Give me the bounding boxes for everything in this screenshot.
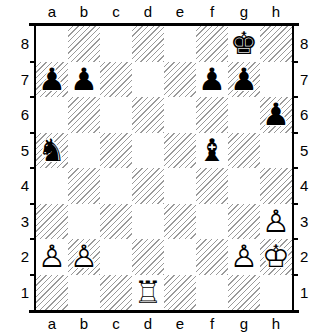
file-label-top-f: f: [196, 4, 228, 19]
square-h2[interactable]: ♚♔: [260, 239, 292, 275]
square-d7[interactable]: [132, 62, 164, 98]
rank-label-left-7: 7: [0, 62, 34, 98]
square-d6[interactable]: [132, 97, 164, 133]
square-h6[interactable]: ♟: [260, 97, 292, 133]
piece-white-outline: ♙: [230, 239, 258, 274]
piece-black-knight[interactable]: ♞: [38, 135, 66, 166]
square-e8[interactable]: [164, 26, 196, 62]
rank-tick: [294, 203, 298, 205]
square-c1[interactable]: [100, 275, 132, 311]
square-h5[interactable]: [260, 133, 292, 169]
rank-label-right-4: 4: [294, 168, 328, 204]
rank-label-right-3: 3: [294, 204, 328, 240]
rank-tick: [30, 167, 34, 169]
square-g6[interactable]: [228, 97, 260, 133]
chess-board: ♚♟♟♟♟♟♞♝♟♙♟♙♟♙♟♙♚♔♜♖: [34, 26, 294, 310]
square-g2[interactable]: ♟♙: [228, 239, 260, 275]
square-g1[interactable]: [228, 275, 260, 311]
piece-white-outline: ♙: [70, 239, 98, 274]
chess-diagram: abcdefgh 87654321 ♚♟♟♟♟♟♞♝♟♙♟♙♟♙♟♙♚♔♜♖ 8…: [0, 0, 328, 334]
piece-white-pawn[interactable]: ♟♙: [230, 241, 258, 272]
square-e5[interactable]: [164, 133, 196, 169]
square-g3[interactable]: [228, 204, 260, 240]
board-border-bottom: [29, 310, 299, 313]
square-a6[interactable]: [36, 97, 68, 133]
file-labels-top: abcdefgh: [36, 0, 328, 23]
piece-white-outline: ♙: [38, 239, 66, 274]
square-b5[interactable]: [68, 133, 100, 169]
rank-tick: [294, 274, 298, 276]
rank-label-left-2: 2: [0, 239, 34, 275]
file-label-top-h: h: [260, 4, 292, 19]
piece-black-king[interactable]: ♚: [230, 28, 258, 59]
square-a5[interactable]: ♞: [36, 133, 68, 169]
rank-tick: [30, 61, 34, 63]
file-label-bottom-b: b: [68, 316, 100, 331]
rank-label-left-4: 4: [0, 168, 34, 204]
piece-black-pawn[interactable]: ♟: [262, 99, 290, 130]
rank-labels-right: 87654321: [294, 23, 328, 313]
square-b1[interactable]: [68, 275, 100, 311]
piece-black-pawn[interactable]: ♟: [38, 64, 66, 95]
board-middle-row: 87654321 ♚♟♟♟♟♟♞♝♟♙♟♙♟♙♟♙♚♔♜♖ 87654321: [0, 23, 328, 313]
piece-white-pawn[interactable]: ♟♙: [38, 241, 66, 272]
square-h4[interactable]: [260, 168, 292, 204]
rank-tick: [294, 238, 298, 240]
rank-label-left-1: 1: [0, 275, 34, 311]
square-c5[interactable]: [100, 133, 132, 169]
file-label-top-e: e: [164, 4, 196, 19]
rank-label-left-8: 8: [0, 26, 34, 62]
file-label-bottom-h: h: [260, 316, 292, 331]
piece-white-outline: ♖: [134, 275, 162, 310]
rank-labels-left: 87654321: [0, 23, 34, 313]
piece-white-king[interactable]: ♚♔: [262, 241, 290, 272]
rank-tick: [294, 96, 298, 98]
square-h3[interactable]: ♟♙: [260, 204, 292, 240]
square-h7[interactable]: [260, 62, 292, 98]
rank-tick: [30, 203, 34, 205]
file-label-bottom-c: c: [100, 316, 132, 331]
square-g5[interactable]: [228, 133, 260, 169]
file-label-bottom-g: g: [228, 316, 260, 331]
square-h8[interactable]: [260, 26, 292, 62]
rank-label-right-8: 8: [294, 26, 328, 62]
rank-label-right-7: 7: [294, 62, 328, 98]
square-f2[interactable]: [196, 239, 228, 275]
piece-white-outline: ♔: [262, 239, 290, 274]
square-d3[interactable]: [132, 204, 164, 240]
rank-tick: [294, 132, 298, 134]
rank-label-left-6: 6: [0, 97, 34, 133]
rank-label-right-6: 6: [294, 97, 328, 133]
file-label-bottom-d: d: [132, 316, 164, 331]
square-b7[interactable]: ♟: [68, 62, 100, 98]
file-label-bottom-f: f: [196, 316, 228, 331]
piece-white-outline: ♙: [262, 204, 290, 239]
square-f4[interactable]: [196, 168, 228, 204]
square-e2[interactable]: [164, 239, 196, 275]
board-frame: ♚♟♟♟♟♟♞♝♟♙♟♙♟♙♟♙♚♔♜♖: [34, 23, 294, 313]
piece-white-pawn[interactable]: ♟♙: [262, 206, 290, 237]
piece-black-bishop[interactable]: ♝: [198, 135, 226, 166]
rank-label-left-5: 5: [0, 133, 34, 169]
square-f8[interactable]: [196, 26, 228, 62]
file-label-top-a: a: [36, 4, 68, 19]
square-e6[interactable]: [164, 97, 196, 133]
square-c4[interactable]: [100, 168, 132, 204]
piece-white-rook[interactable]: ♜♖: [134, 277, 162, 308]
file-label-bottom-e: e: [164, 316, 196, 331]
square-b8[interactable]: [68, 26, 100, 62]
piece-black-pawn[interactable]: ♟: [70, 64, 98, 95]
rank-tick: [294, 61, 298, 63]
file-labels-bottom: abcdefgh: [36, 313, 328, 334]
square-e7[interactable]: [164, 62, 196, 98]
rank-label-right-5: 5: [294, 133, 328, 169]
square-c2[interactable]: [100, 239, 132, 275]
rank-label-left-3: 3: [0, 204, 34, 240]
square-g7[interactable]: ♟: [228, 62, 260, 98]
square-c7[interactable]: [100, 62, 132, 98]
square-e3[interactable]: [164, 204, 196, 240]
square-f5[interactable]: ♝: [196, 133, 228, 169]
square-b3[interactable]: [68, 204, 100, 240]
file-label-top-b: b: [68, 4, 100, 19]
piece-black-pawn[interactable]: ♟: [230, 64, 258, 95]
rank-tick: [294, 167, 298, 169]
square-d5[interactable]: [132, 133, 164, 169]
square-c3[interactable]: [100, 204, 132, 240]
square-a2[interactable]: ♟♙: [36, 239, 68, 275]
square-f3[interactable]: [196, 204, 228, 240]
piece-white-pawn[interactable]: ♟♙: [70, 241, 98, 272]
square-f6[interactable]: [196, 97, 228, 133]
square-d8[interactable]: [132, 26, 164, 62]
square-a1[interactable]: [36, 275, 68, 311]
square-g8[interactable]: ♚: [228, 26, 260, 62]
square-b2[interactable]: ♟♙: [68, 239, 100, 275]
file-label-top-g: g: [228, 4, 260, 19]
rank-tick: [30, 274, 34, 276]
square-f7[interactable]: ♟: [196, 62, 228, 98]
square-a8[interactable]: [36, 26, 68, 62]
square-b6[interactable]: [68, 97, 100, 133]
square-c6[interactable]: [100, 97, 132, 133]
square-a3[interactable]: [36, 204, 68, 240]
square-e4[interactable]: [164, 168, 196, 204]
square-c8[interactable]: [100, 26, 132, 62]
piece-black-pawn[interactable]: ♟: [198, 64, 226, 95]
file-label-top-c: c: [100, 4, 132, 19]
square-f1[interactable]: [196, 275, 228, 311]
file-label-top-d: d: [132, 4, 164, 19]
square-g4[interactable]: [228, 168, 260, 204]
file-label-bottom-a: a: [36, 316, 68, 331]
rank-label-right-1: 1: [294, 275, 328, 311]
rank-tick: [30, 132, 34, 134]
square-a4[interactable]: [36, 168, 68, 204]
square-d2[interactable]: [132, 239, 164, 275]
square-e1[interactable]: [164, 275, 196, 311]
square-d4[interactable]: [132, 168, 164, 204]
square-a7[interactable]: ♟: [36, 62, 68, 98]
square-h1[interactable]: [260, 275, 292, 311]
square-d1[interactable]: ♜♖: [132, 275, 164, 311]
square-b4[interactable]: [68, 168, 100, 204]
rank-label-right-2: 2: [294, 239, 328, 275]
rank-tick: [30, 238, 34, 240]
rank-tick: [30, 96, 34, 98]
